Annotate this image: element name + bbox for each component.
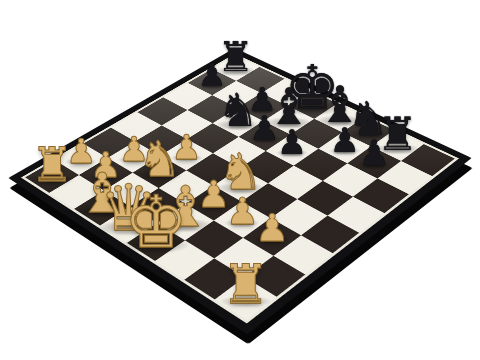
chess-photo-scene: ♜♜♝♛♚♝♞♞♟♟♟♟♟♟♟♜♜♝♝♞♞♚♟♟♟♟♟♟ <box>0 0 480 360</box>
board-grid <box>25 56 455 320</box>
chess-board <box>25 56 455 320</box>
